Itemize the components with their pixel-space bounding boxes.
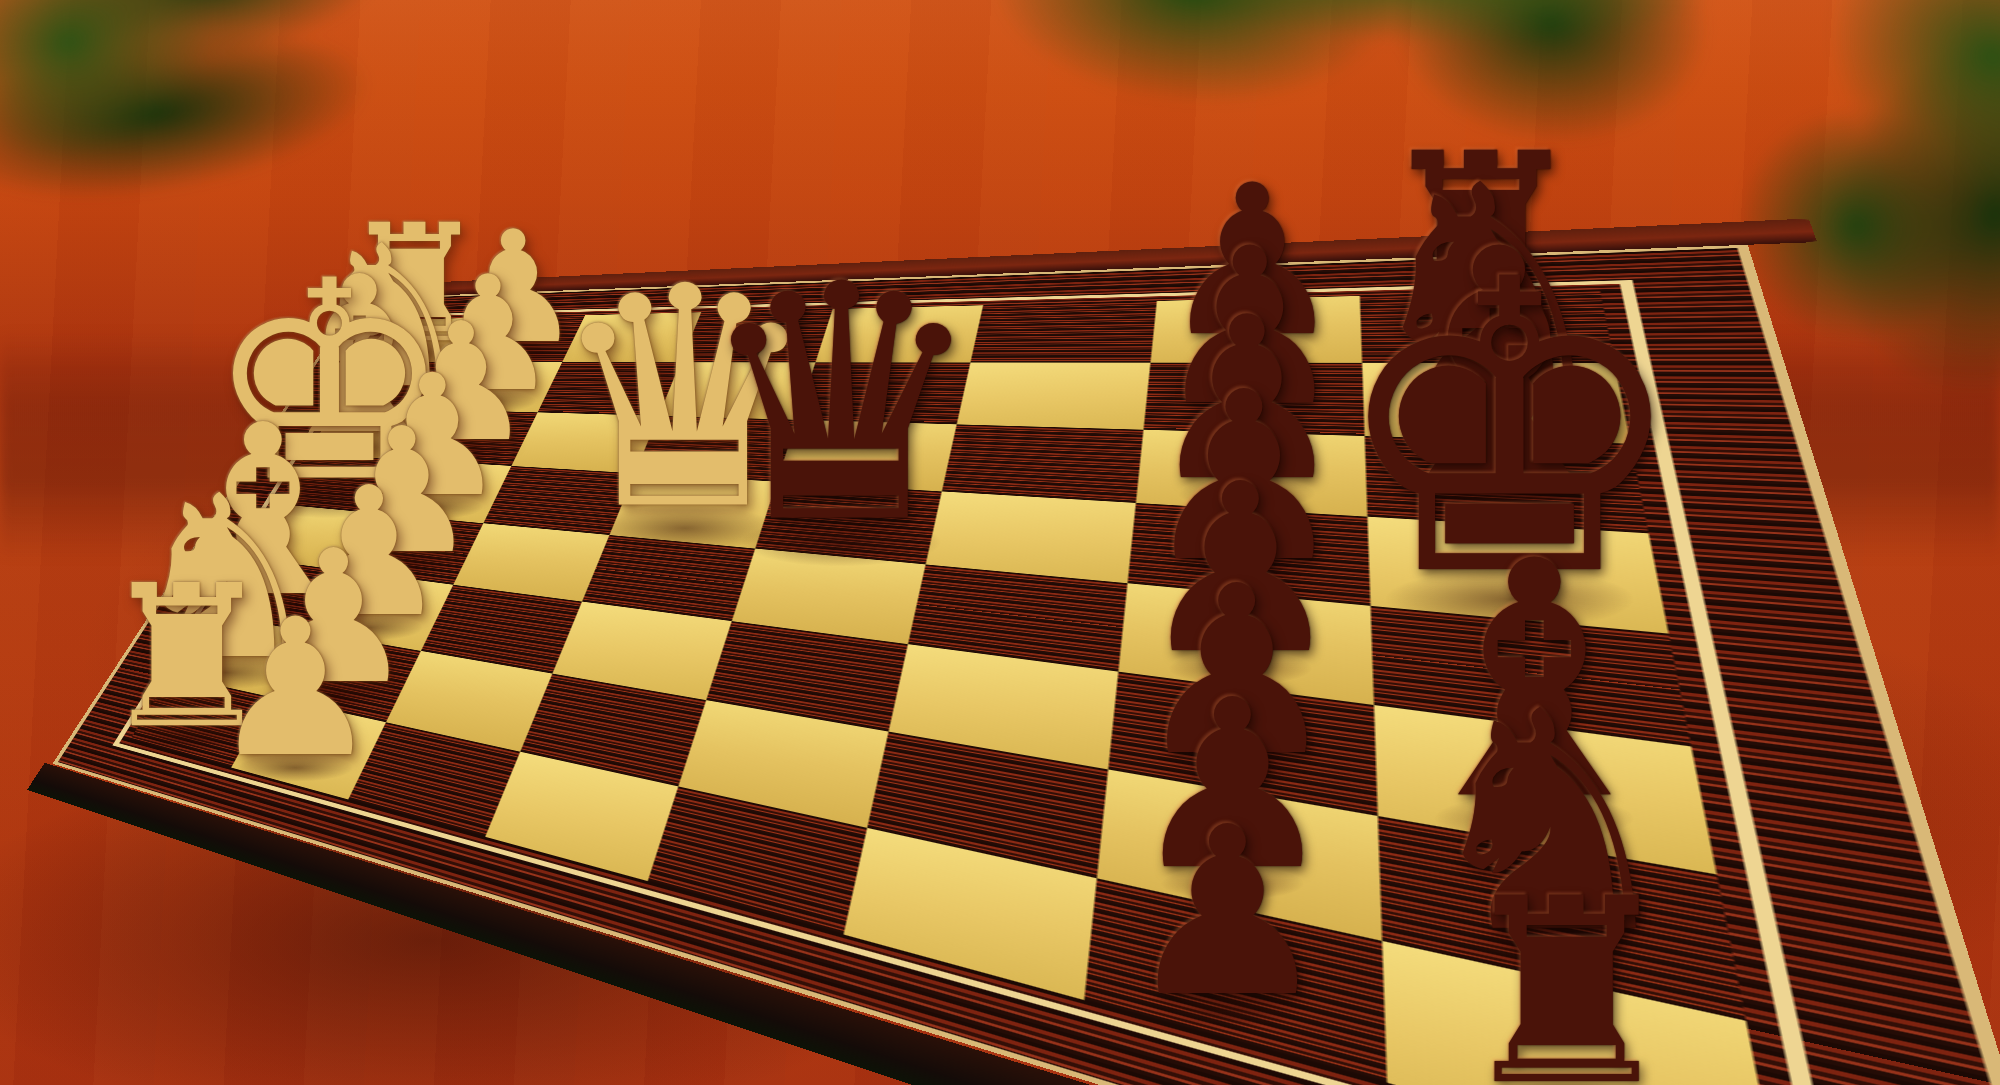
piece-black-pawn-a7[interactable]: ♟ — [1123, 797, 1332, 1030]
scene-chess-photo: ♜♟♟♜♞♟♟♞♝♟♟♚♟♝♛♛♟♟♚♝♟♟♞♟♜♟♟♝♟♞♟♜ — [0, 0, 2000, 1085]
piece-black-queen-e5[interactable]: ♛ — [695, 242, 987, 568]
piece-white-pawn-a2[interactable]: ♟ — [210, 593, 380, 783]
piece-black-rook-a8[interactable]: ♜ — [1452, 865, 1681, 1085]
square-h6[interactable] — [970, 301, 1156, 363]
